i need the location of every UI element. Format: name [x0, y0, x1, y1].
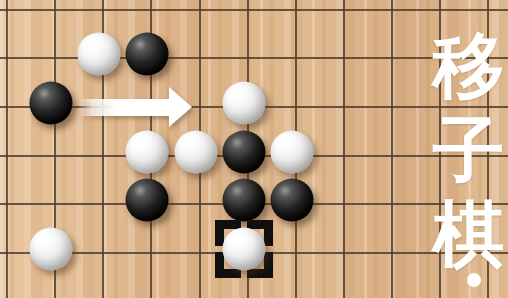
white-stone[interactable]: [126, 131, 169, 174]
white-stone[interactable]: [271, 131, 314, 174]
white-stone-selected[interactable]: [223, 228, 266, 271]
black-stone[interactable]: [223, 179, 266, 222]
game-board[interactable]: 移 子 棋: [0, 0, 508, 298]
move-arrow-shaft: [78, 99, 169, 116]
black-stone[interactable]: [223, 131, 266, 174]
black-stone[interactable]: [30, 82, 73, 125]
black-stone[interactable]: [126, 33, 169, 76]
title-period-dot: [467, 273, 481, 287]
white-stone[interactable]: [175, 131, 218, 174]
white-stone[interactable]: [78, 33, 121, 76]
title-char-3: 棋: [429, 192, 508, 276]
move-arrow-head-icon: [169, 87, 192, 127]
title-char-2: 子: [429, 108, 508, 192]
game-title: 移 子 棋: [429, 24, 508, 276]
board-grid-line-horizontal: [0, 9, 508, 11]
white-stone[interactable]: [30, 228, 73, 271]
white-stone[interactable]: [223, 82, 266, 125]
title-char-1: 移: [429, 24, 508, 108]
black-stone[interactable]: [271, 179, 314, 222]
black-stone[interactable]: [126, 179, 169, 222]
